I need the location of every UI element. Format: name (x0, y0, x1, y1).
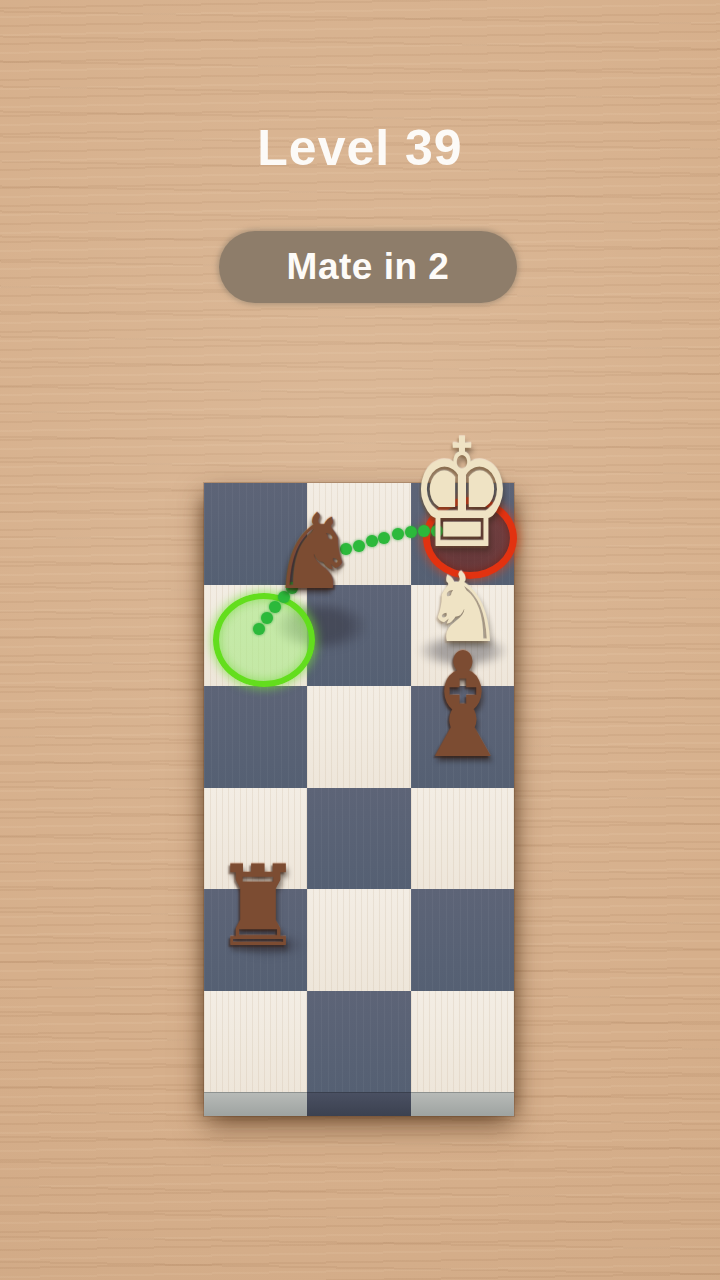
board-front-edge (204, 1092, 307, 1116)
board-cell-c3r4[interactable] (411, 788, 514, 890)
board-cell-c3r1[interactable] (411, 483, 514, 585)
board-front-edge (411, 1092, 514, 1116)
board-cell-c3r6[interactable] (411, 991, 514, 1093)
board-cell-c1r5[interactable] (204, 889, 307, 991)
objective-badge: Mate in 2 (219, 231, 517, 303)
board-cell-c1r1[interactable] (204, 483, 307, 585)
board-cell-c2r5[interactable] (307, 889, 410, 991)
board-cell-c2r2[interactable] (307, 585, 410, 687)
board-cell-c2r1[interactable] (307, 483, 410, 585)
board-cell-c2r4[interactable] (307, 788, 410, 890)
board-cell-c1r4[interactable] (204, 788, 307, 890)
board-front-edge (307, 1092, 410, 1116)
board-cell-c1r3[interactable] (204, 686, 307, 788)
board-cell-c3r2[interactable] (411, 585, 514, 687)
game-screen: Level 39 Mate in 2 ♚♞♝♜♞ (0, 0, 720, 1280)
chess-board (204, 483, 514, 1116)
board-cell-c3r5[interactable] (411, 889, 514, 991)
board-cell-c1r6[interactable] (204, 991, 307, 1093)
board-cell-c1r2[interactable] (204, 585, 307, 687)
board-cell-c3r3[interactable] (411, 686, 514, 788)
board-cell-c2r3[interactable] (307, 686, 410, 788)
board-cell-c2r6[interactable] (307, 991, 410, 1093)
level-title: Level 39 (0, 120, 720, 176)
objective-label: Mate in 2 (287, 246, 450, 288)
